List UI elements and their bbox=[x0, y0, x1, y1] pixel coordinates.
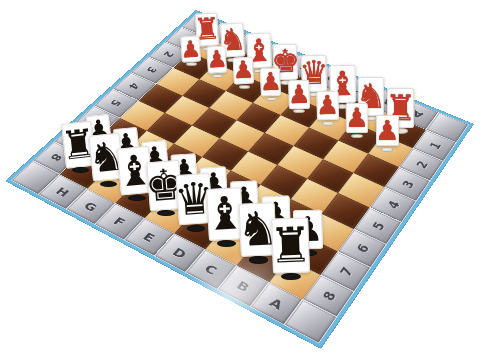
piece-glyph-p: ♟ bbox=[287, 81, 310, 107]
card-stand bbox=[381, 147, 394, 152]
card-stand bbox=[186, 62, 196, 66]
piece-card-face: ♟ bbox=[346, 103, 368, 133]
piece-card-face: ♜ bbox=[271, 217, 310, 273]
piece-glyph-p: ♟ bbox=[180, 37, 202, 61]
card-stand bbox=[217, 240, 236, 247]
piece-card-face: ♟ bbox=[316, 91, 338, 121]
piece-card-face: ♟ bbox=[233, 57, 254, 85]
card-stand bbox=[249, 256, 269, 263]
card-stand bbox=[187, 225, 206, 232]
card-stand bbox=[212, 74, 223, 78]
card-stand bbox=[157, 210, 175, 217]
piece-glyph-p: ♟ bbox=[345, 105, 369, 132]
piece-glyph-p: ♟ bbox=[315, 93, 339, 119]
card-stand bbox=[239, 85, 250, 89]
card-stand bbox=[322, 121, 334, 125]
card-stand bbox=[266, 97, 277, 101]
card-stand bbox=[128, 195, 146, 201]
piece-glyph-p: ♟ bbox=[232, 58, 255, 83]
piece-glyph-p: ♟ bbox=[375, 117, 400, 144]
piece-card-face: ♟ bbox=[180, 35, 201, 62]
piece-card-face: ♟ bbox=[376, 115, 399, 146]
piece-card-face: ♟ bbox=[206, 46, 227, 74]
product-photo-stage: HGFEDCBA1122334455667788HGFEDCBA ♜♞♟♝♟♚♟… bbox=[0, 0, 480, 360]
piece-card-face: ♟ bbox=[288, 79, 310, 108]
card-stand bbox=[100, 181, 117, 187]
piece-glyph-p: ♟ bbox=[259, 70, 282, 95]
card-stand bbox=[293, 109, 305, 113]
piece-card-face: ♟ bbox=[260, 68, 282, 97]
pieces-layer: ♜♞♟♝♟♚♟♛♟♝♟♞♟♜♟♟♟♟♜♟♞♟♝♟♚♟♛♟♝♟♞♜ bbox=[0, 0, 480, 360]
card-stand bbox=[351, 134, 363, 138]
card-stand bbox=[281, 273, 301, 280]
piece-glyph-r: ♜ bbox=[268, 220, 313, 270]
card-stand bbox=[72, 167, 89, 173]
piece-glyph-p: ♟ bbox=[206, 47, 228, 72]
